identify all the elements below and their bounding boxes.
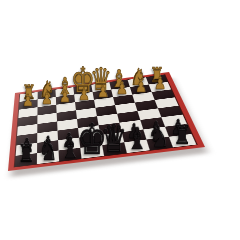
piece-black-rook-a8: ♜ [173,123,191,148]
piece-white-pawn-b2: ♟ [135,78,147,95]
piece-black-knight-b8: ♞ [149,123,169,152]
piece-black-king-e8: ♚ [77,119,107,161]
piece-white-pawn-a2: ♟ [154,75,166,92]
product-photo-scene: ♜♞♝♛♚♝♞♜♟♟♟♟♟♟♟♟♟♟♟♟♟♟♟♟♜♞♝♛♚♝♞♜ [0,0,240,240]
piece-white-pawn-d2: ♟ [97,83,109,100]
piece-black-bishop-c8: ♝ [126,125,147,155]
piece-white-pawn-e2: ♟ [78,86,90,103]
piece-black-knight-g8: ♞ [38,137,57,164]
piece-white-pawn-f2: ♟ [59,88,71,105]
piece-white-pawn-h2: ♟ [23,93,35,110]
piece-white-pawn-g2: ♟ [41,91,53,108]
piece-black-bishop-f8: ♝ [60,134,80,163]
piece-white-pawn-c2: ♟ [116,80,128,97]
piece-black-rook-h8: ♜ [18,143,35,167]
